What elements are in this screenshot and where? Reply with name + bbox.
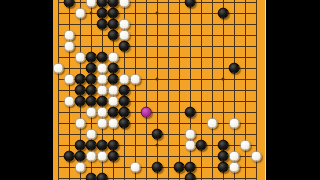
letterbox-right [266,0,320,180]
white-stone [97,85,108,96]
black-stone [97,140,108,151]
grid-line-horizontal [58,123,257,124]
white-stone [97,118,108,129]
black-stone [218,8,229,19]
black-stone [97,52,108,63]
black-stone [64,151,75,162]
black-stone [75,85,86,96]
white-stone [229,162,240,173]
black-stone [75,96,86,107]
star-point [156,12,159,15]
white-stone [130,162,141,173]
black-stone [185,162,196,173]
black-stone [86,85,97,96]
white-stone [75,118,86,129]
white-stone [53,63,63,74]
white-stone [207,118,218,129]
black-stone [218,162,229,173]
grid-line-horizontal [58,24,257,25]
white-stone [97,63,108,74]
black-stone [97,96,108,107]
black-stone [108,63,119,74]
black-stone [64,0,75,8]
marked-stone [141,107,152,118]
black-stone [119,118,130,129]
white-stone [130,74,141,85]
white-stone [108,118,119,129]
black-stone [185,107,196,118]
black-stone [119,96,130,107]
white-stone [119,30,130,41]
white-stone [64,41,75,52]
white-stone [108,52,119,63]
black-stone [108,19,119,30]
black-stone [152,162,163,173]
black-stone [86,74,97,85]
white-stone [185,140,196,151]
white-stone [86,0,97,8]
black-stone [174,162,185,173]
black-stone [86,140,97,151]
black-stone [218,140,229,151]
white-stone [119,74,130,85]
white-stone [75,8,86,19]
black-stone [108,0,119,8]
white-stone [251,151,262,162]
black-stone [108,151,119,162]
black-stone [86,63,97,74]
screenshot-root [0,0,320,180]
black-stone [86,52,97,63]
black-stone [229,63,240,74]
black-stone [108,8,119,19]
black-stone [119,41,130,52]
star-point [156,78,159,81]
black-stone [75,151,86,162]
black-stone [108,30,119,41]
white-stone [75,52,86,63]
black-stone [152,129,163,140]
go-board[interactable] [53,0,266,180]
white-stone [97,74,108,85]
black-stone [108,107,119,118]
letterbox-left [0,0,53,180]
black-stone [97,173,108,180]
black-stone [86,96,97,107]
black-stone [108,74,119,85]
black-stone [119,107,130,118]
white-stone [86,151,97,162]
white-stone [240,140,251,151]
white-stone [97,151,108,162]
white-stone [229,118,240,129]
black-stone [75,140,86,151]
white-stone [229,151,240,162]
black-stone [218,151,229,162]
black-stone [108,140,119,151]
black-stone [185,173,196,180]
black-stone [196,140,207,151]
black-stone [97,0,108,8]
star-point [156,144,159,147]
white-stone [97,107,108,118]
grid-line-horizontal [58,35,257,36]
white-stone [108,96,119,107]
black-stone [75,74,86,85]
black-stone [185,0,196,8]
black-stone [97,8,108,19]
white-stone [64,30,75,41]
star-point [222,78,225,81]
white-stone [185,129,196,140]
white-stone [64,96,75,107]
black-stone [119,85,130,96]
white-stone [86,107,97,118]
white-stone [64,74,75,85]
white-stone [119,0,130,8]
black-stone [86,173,97,180]
white-stone [75,162,86,173]
white-stone [108,85,119,96]
black-stone [97,19,108,30]
white-stone [119,19,130,30]
grid-line-horizontal [58,46,257,47]
white-stone [86,129,97,140]
star-point [90,12,93,15]
